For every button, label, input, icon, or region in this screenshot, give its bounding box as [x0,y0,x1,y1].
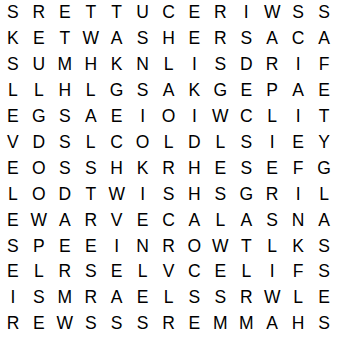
grid-cell[interactable]: E [233,78,259,104]
grid-cell[interactable]: T [78,0,104,26]
grid-cell[interactable]: S [311,311,337,337]
grid-cell[interactable]: R [26,0,52,26]
grid-cell[interactable]: G [233,181,259,207]
grid-cell[interactable]: P [259,78,285,104]
grid-cell[interactable]: S [233,130,259,156]
grid-cell[interactable]: A [233,207,259,233]
grid-cell[interactable]: L [26,259,52,285]
grid-cell[interactable]: V [104,207,130,233]
grid-cell[interactable]: L [311,181,337,207]
grid-cell[interactable]: R [52,259,78,285]
grid-cell[interactable]: K [0,26,26,52]
grid-cell[interactable]: E [104,259,130,285]
grid-cell[interactable]: E [181,311,207,337]
grid-cell[interactable]: E [207,259,233,285]
word-search-board: SRETTUCERIWSSKETWASHERSACASUMHKNLISDRIFL… [0,0,337,337]
grid-cell[interactable]: M [207,311,233,337]
grid-cell[interactable]: O [26,181,52,207]
grid-cell[interactable]: S [311,259,337,285]
grid-cell[interactable]: F [311,52,337,78]
grid-cell[interactable]: L [259,104,285,130]
grid-cell[interactable]: D [181,130,207,156]
grid-cell[interactable]: S [130,26,156,52]
grid-cell[interactable]: U [130,0,156,26]
grid-cell[interactable]: F [285,259,311,285]
grid-cell[interactable]: E [26,311,52,337]
grid-cell[interactable]: R [78,207,104,233]
grid-cell[interactable]: I [130,181,156,207]
grid-cell[interactable]: H [181,181,207,207]
grid-cell[interactable]: F [285,156,311,182]
grid-cell[interactable]: W [207,104,233,130]
grid-cell[interactable]: C [181,259,207,285]
grid-cell[interactable]: N [130,233,156,259]
grid-cell[interactable]: W [259,0,285,26]
grid-cell[interactable]: L [156,285,182,311]
grid-cell[interactable]: E [130,285,156,311]
grid-cell[interactable]: S [233,26,259,52]
grid-cell[interactable]: E [0,259,26,285]
grid-cell[interactable]: A [104,26,130,52]
grid-cell[interactable]: E [0,156,26,182]
grid-cell[interactable]: P [26,233,52,259]
grid-cell[interactable]: T [78,181,104,207]
grid-cell[interactable]: V [0,130,26,156]
grid-cell[interactable]: L [0,181,26,207]
grid-cell[interactable]: S [233,156,259,182]
word-search-page: SRETTUCERIWSSKETWASHERSACASUMHKNLISDRIFL… [0,0,337,337]
grid-cell[interactable]: H [78,52,104,78]
grid-cell[interactable]: S [78,311,104,337]
grid-cell[interactable]: C [285,26,311,52]
grid-cell[interactable]: S [311,233,337,259]
grid-cell[interactable]: R [207,0,233,26]
grid-cell[interactable]: K [104,52,130,78]
grid-cell[interactable]: W [26,207,52,233]
grid-cell[interactable]: R [259,52,285,78]
grid-cell[interactable]: S [52,104,78,130]
grid-cell[interactable]: U [26,52,52,78]
grid-cell[interactable]: I [0,285,26,311]
grid-cell[interactable]: W [78,26,104,52]
grid-cell[interactable]: S [207,181,233,207]
grid-cell[interactable]: O [130,130,156,156]
grid-cell[interactable]: T [311,104,337,130]
grid-cell[interactable]: S [311,0,337,26]
grid-cell[interactable]: T [52,26,78,52]
grid-cell[interactable]: D [233,52,259,78]
grid-cell[interactable]: C [156,207,182,233]
grid-cell[interactable]: L [78,78,104,104]
grid-cell[interactable]: L [285,285,311,311]
grid-cell[interactable]: L [233,259,259,285]
grid-cell[interactable]: R [156,156,182,182]
grid-cell[interactable]: S [259,207,285,233]
grid-cell[interactable]: S [156,181,182,207]
grid-cell[interactable]: W [104,181,130,207]
grid-cell[interactable]: O [181,233,207,259]
grid-cell[interactable]: S [130,311,156,337]
grid-cell[interactable]: R [0,311,26,337]
grid-cell[interactable]: L [207,130,233,156]
grid-cell[interactable]: S [52,156,78,182]
grid-cell[interactable]: I [233,0,259,26]
grid-cell[interactable]: W [207,233,233,259]
grid-cell[interactable]: K [130,156,156,182]
grid-cell[interactable]: S [104,311,130,337]
grid-cell[interactable]: T [233,233,259,259]
grid-cell[interactable]: I [181,104,207,130]
grid-cell[interactable]: L [26,78,52,104]
grid-cell[interactable]: L [259,233,285,259]
grid-cell[interactable]: A [78,104,104,130]
grid-cell[interactable]: I [259,130,285,156]
grid-cell[interactable]: E [78,233,104,259]
grid-cell[interactable]: L [156,130,182,156]
grid-cell[interactable]: E [52,0,78,26]
grid-cell[interactable]: E [311,285,337,311]
grid-cell[interactable]: R [156,311,182,337]
grid-cell[interactable]: R [233,285,259,311]
grid-cell[interactable]: V [156,259,182,285]
grid-cell[interactable]: H [156,26,182,52]
grid-cell[interactable]: M [233,311,259,337]
grid-cell[interactable]: L [156,52,182,78]
grid-cell[interactable]: R [259,181,285,207]
grid-cell[interactable]: G [311,156,337,182]
grid-cell[interactable]: R [78,285,104,311]
grid-cell[interactable]: G [207,78,233,104]
grid-cell[interactable]: A [311,26,337,52]
grid-cell[interactable]: I [285,181,311,207]
grid-cell[interactable]: D [26,130,52,156]
grid-cell[interactable]: E [311,78,337,104]
grid-cell[interactable]: H [104,156,130,182]
grid-cell[interactable]: E [181,0,207,26]
grid-cell[interactable]: E [0,207,26,233]
grid-cell[interactable]: I [285,52,311,78]
grid-cell[interactable]: H [181,156,207,182]
grid-cell[interactable]: G [104,78,130,104]
grid-cell[interactable]: I [259,259,285,285]
grid-cell[interactable]: W [52,311,78,337]
grid-cell[interactable]: S [207,285,233,311]
grid-cell[interactable]: W [259,285,285,311]
grid-cell[interactable]: H [52,78,78,104]
grid-cell[interactable]: E [26,26,52,52]
grid-cell[interactable]: S [78,259,104,285]
grid-cell[interactable]: D [52,181,78,207]
grid-cell[interactable]: N [130,52,156,78]
grid-cell[interactable]: S [285,0,311,26]
grid-cell[interactable]: T [104,0,130,26]
grid-cell[interactable]: G [26,104,52,130]
grid-cell[interactable]: C [104,130,130,156]
grid-cell[interactable]: C [233,104,259,130]
grid-cell[interactable]: H [285,311,311,337]
grid-cell[interactable]: S [78,156,104,182]
grid-cell[interactable]: A [52,207,78,233]
grid-cell[interactable]: E [207,156,233,182]
grid-cell[interactable]: O [156,104,182,130]
grid-cell[interactable]: E [181,26,207,52]
grid-cell[interactable]: M [52,285,78,311]
grid-cell[interactable]: S [0,52,26,78]
grid-cell[interactable]: K [181,78,207,104]
grid-cell[interactable]: E [130,207,156,233]
grid-cell[interactable]: A [259,26,285,52]
grid-cell[interactable]: A [311,207,337,233]
grid-cell[interactable]: E [285,130,311,156]
grid-cell[interactable]: K [285,233,311,259]
grid-cell[interactable]: C [156,0,182,26]
grid-cell[interactable]: A [259,311,285,337]
grid-cell[interactable]: L [0,78,26,104]
grid-cell[interactable]: L [130,259,156,285]
grid-cell[interactable]: R [156,233,182,259]
grid-cell[interactable]: A [285,78,311,104]
grid-cell[interactable]: I [104,233,130,259]
grid-cell[interactable]: I [285,104,311,130]
grid-cell[interactable]: L [207,207,233,233]
grid-cell[interactable]: S [207,52,233,78]
grid-cell[interactable]: E [0,104,26,130]
grid-cell[interactable]: A [156,78,182,104]
grid-cell[interactable]: S [181,285,207,311]
grid-cell[interactable]: I [130,104,156,130]
grid-cell[interactable]: N [285,207,311,233]
grid-cell[interactable]: L [78,130,104,156]
grid-cell[interactable]: S [0,0,26,26]
grid-cell[interactable]: Y [311,130,337,156]
grid-cell[interactable]: E [104,104,130,130]
grid-cell[interactable]: E [259,156,285,182]
grid-cell[interactable]: R [207,26,233,52]
grid-cell[interactable]: S [0,233,26,259]
grid-cell[interactable]: S [26,285,52,311]
grid-cell[interactable]: A [181,207,207,233]
grid-cell[interactable]: S [52,130,78,156]
grid-cell[interactable]: E [52,233,78,259]
grid-cell[interactable]: S [130,78,156,104]
grid-cell[interactable]: M [52,52,78,78]
grid-cell[interactable]: A [104,285,130,311]
grid-cell[interactable]: I [181,52,207,78]
grid-cell[interactable]: O [26,156,52,182]
